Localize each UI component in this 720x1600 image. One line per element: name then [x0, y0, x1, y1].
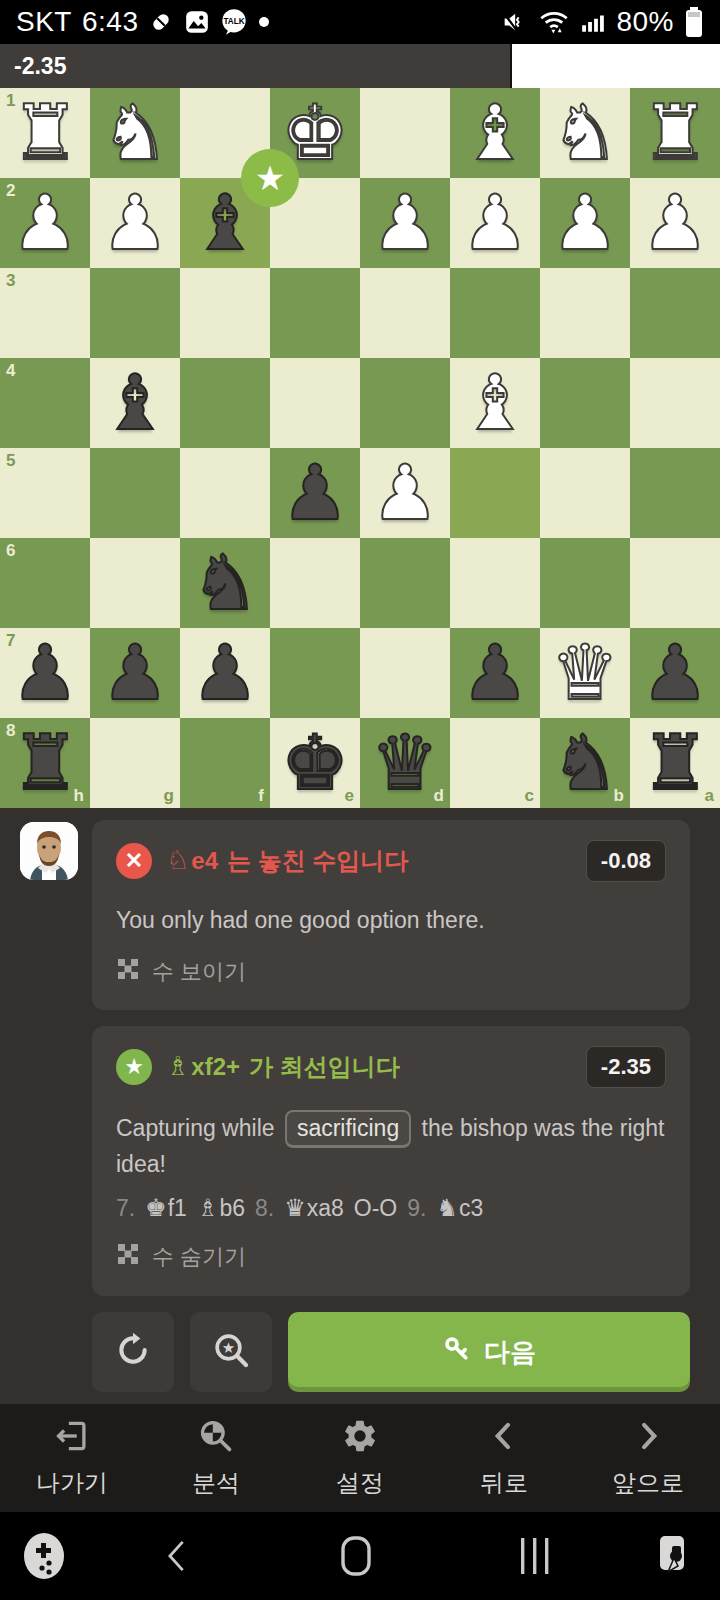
square-c2[interactable]: ♟ — [450, 178, 540, 268]
white-rook: ♜ — [630, 88, 720, 178]
square-a5[interactable] — [630, 448, 720, 538]
square-h5[interactable]: 5 — [0, 448, 90, 538]
battery-icon — [684, 6, 704, 38]
rank-label-5: 5 — [6, 451, 15, 471]
file-label-b: b — [614, 786, 624, 806]
show-moves-label: 수 보이기 — [152, 957, 246, 987]
nav-item-analysis[interactable]: 분석 — [144, 1404, 288, 1512]
black-bishop: ♝ — [90, 358, 180, 448]
nav-item-forward[interactable]: 앞으로 — [576, 1404, 720, 1512]
square-a1[interactable]: ♜ — [630, 88, 720, 178]
white-pawn: ♟ — [450, 178, 540, 268]
miss-comment-text: You only had one good option there. — [116, 904, 666, 937]
chevron-right-icon — [629, 1417, 667, 1459]
file-label-h: h — [74, 786, 84, 806]
touch-protection-button[interactable] — [624, 1532, 720, 1580]
nav-label-forward: 앞으로 — [612, 1467, 684, 1499]
square-d5[interactable]: ♟ — [360, 448, 450, 538]
checkerboard-icon — [116, 1242, 140, 1272]
file-label-d: d — [434, 786, 444, 806]
square-f8[interactable]: f — [180, 718, 270, 808]
key-icon — [442, 1334, 472, 1371]
square-h4[interactable]: 4 — [0, 358, 90, 448]
move-number: 8. — [255, 1195, 274, 1222]
app-nav-bar: 나가기 분석 설정 뒤로 앞으로 — [0, 1404, 720, 1512]
white-knight: ♞ — [540, 88, 630, 178]
black-pawn: ♟ — [630, 628, 720, 718]
square-c5[interactable] — [450, 448, 540, 538]
svg-text:★: ★ — [222, 1339, 235, 1356]
square-d1[interactable] — [360, 88, 450, 178]
square-g1[interactable]: ♞ — [90, 88, 180, 178]
square-f5[interactable] — [180, 448, 270, 538]
miss-card-title: ♘e4는 놓친 수입니다 — [166, 845, 408, 877]
square-c8[interactable]: c — [450, 718, 540, 808]
square-b7[interactable]: ♛ — [540, 628, 630, 718]
board: ♜1♞♚♝♞♜♟2♟♝★♟♟♟♟34♝♝5♟♟6♞♟7♟♟♟♛♟♜8hgf♚e♛… — [0, 88, 720, 808]
square-h8[interactable]: ♜8h — [0, 718, 90, 808]
analysis-panel: ✕ ♘e4는 놓친 수입니다 -0.08 You only had one go… — [0, 808, 720, 1404]
move: ♛xa8 — [284, 1194, 344, 1222]
white-pawn: ♟ — [630, 178, 720, 268]
best-move-star-icon: ★ — [116, 1049, 152, 1085]
system-recents-button[interactable] — [445, 1534, 624, 1578]
hint-button[interactable]: ★ — [190, 1312, 272, 1392]
square-b4[interactable] — [540, 358, 630, 448]
square-f4[interactable] — [180, 358, 270, 448]
chevron-left-icon — [485, 1417, 523, 1459]
nav-label-analysis: 분석 — [192, 1467, 240, 1499]
nav-item-back[interactable]: 뒤로 — [432, 1404, 576, 1512]
rank-label-7: 7 — [6, 631, 15, 651]
next-button-label: 다음 — [484, 1335, 536, 1370]
svg-text:TALK: TALK — [224, 17, 245, 26]
white-bishop: ♝ — [450, 358, 540, 448]
square-g2[interactable]: ♟ — [90, 178, 180, 268]
rank-label-4: 4 — [6, 361, 15, 381]
square-b2[interactable]: ♟ — [540, 178, 630, 268]
square-e7[interactable] — [270, 628, 360, 718]
square-f2[interactable]: ♝★ — [180, 178, 270, 268]
miss-title-suffix: 는 놓친 수입니다 — [227, 845, 408, 877]
mistake-x-icon: ✕ — [116, 843, 152, 879]
square-f6[interactable]: ♞ — [180, 538, 270, 628]
square-d4[interactable] — [360, 358, 450, 448]
black-pawn: ♟ — [450, 628, 540, 718]
square-h1[interactable]: ♜1 — [0, 88, 90, 178]
file-label-g: g — [164, 786, 174, 806]
file-label-e: e — [345, 786, 354, 806]
screenshot-image-icon — [184, 9, 210, 35]
signal-icon — [580, 9, 606, 35]
notification-dot-icon — [258, 16, 270, 28]
bishop-piece-icon: ♗ — [166, 1051, 189, 1081]
mute-icon — [500, 8, 528, 36]
system-home-button[interactable] — [267, 1532, 446, 1580]
show-moves-toggle[interactable]: 수 보이기 — [116, 957, 666, 987]
evaluation-bar: -2.35 — [0, 44, 720, 88]
square-c1[interactable]: ♝ — [450, 88, 540, 178]
square-g6[interactable] — [90, 538, 180, 628]
square-h6[interactable]: 6 — [0, 538, 90, 628]
exit-icon — [53, 1417, 91, 1459]
rank-label-1: 1 — [6, 91, 15, 111]
retry-icon — [113, 1330, 153, 1374]
move: ♚f1 — [145, 1194, 187, 1222]
square-g3[interactable] — [90, 268, 180, 358]
magnifier-star-icon: ★ — [211, 1330, 251, 1374]
square-b8[interactable]: ♞b — [540, 718, 630, 808]
square-e8[interactable]: ♚e — [270, 718, 360, 808]
knight-piece-icon: ♘ — [166, 845, 189, 875]
coach-avatar — [20, 822, 78, 880]
square-e4[interactable] — [270, 358, 360, 448]
pill-notification-icon — [148, 9, 174, 35]
square-h3[interactable]: 3 — [0, 268, 90, 358]
square-b1[interactable]: ♞ — [540, 88, 630, 178]
miss-comment-card: ✕ ♘e4는 놓친 수입니다 -0.08 You only had one go… — [92, 820, 690, 1010]
miss-eval-chip: -0.08 — [586, 840, 666, 882]
nav-item-exit[interactable]: 나가기 — [0, 1404, 144, 1512]
white-pawn: ♟ — [360, 448, 450, 538]
square-g7[interactable]: ♟ — [90, 628, 180, 718]
rank-label-6: 6 — [6, 541, 15, 561]
move-line: 7.♚f1♗b68.♛xa8O-O9.♞c3 — [116, 1194, 666, 1222]
file-label-f: f — [258, 786, 264, 806]
sacrificing-term-chip[interactable]: sacrificing — [285, 1110, 411, 1148]
carrier-label: SKT — [16, 6, 72, 38]
miss-move-text: e4 — [191, 847, 218, 875]
phone-screen: SKT 6:43 TALK 80% — [0, 0, 720, 1600]
hide-moves-toggle[interactable]: 수 숨기기 — [116, 1242, 666, 1272]
square-c4[interactable]: ♝ — [450, 358, 540, 448]
rank-label-2: 2 — [6, 181, 15, 201]
square-g4[interactable]: ♝ — [90, 358, 180, 448]
next-button[interactable]: 다음 — [288, 1312, 690, 1392]
square-f3[interactable] — [180, 268, 270, 358]
white-knight: ♞ — [90, 88, 180, 178]
analysis-magnifier-icon — [197, 1417, 235, 1459]
best-move-card: ★ ♗xf2+가 최선입니다 -2.35 Capturing while sac… — [92, 1026, 690, 1296]
gear-icon — [341, 1417, 379, 1459]
file-label-c: c — [525, 786, 534, 806]
nav-item-settings[interactable]: 설정 — [288, 1404, 432, 1512]
move: ♞c3 — [436, 1194, 483, 1222]
white-pawn: ♟ — [90, 178, 180, 268]
square-a2[interactable]: ♟ — [630, 178, 720, 268]
hide-moves-label: 수 숨기기 — [152, 1242, 246, 1272]
action-buttons-row: ★ 다음 — [92, 1312, 690, 1392]
square-a8[interactable]: ♜a — [630, 718, 720, 808]
square-d7[interactable] — [360, 628, 450, 718]
square-e6[interactable] — [270, 538, 360, 628]
piece-glyph: ♛ — [284, 1194, 306, 1222]
best-title-suffix: 가 최선입니다 — [249, 1051, 400, 1083]
file-label-a: a — [705, 786, 714, 806]
square-h7[interactable]: ♟7 — [0, 628, 90, 718]
white-pawn: ♟ — [360, 178, 450, 268]
square-c3[interactable] — [450, 268, 540, 358]
square-e3[interactable] — [270, 268, 360, 358]
square-g8[interactable]: g — [90, 718, 180, 808]
system-nav-bar — [0, 1512, 720, 1600]
square-a7[interactable]: ♟ — [630, 628, 720, 718]
eval-score: -2.35 — [14, 53, 66, 80]
square-b3[interactable] — [540, 268, 630, 358]
square-a3[interactable] — [630, 268, 720, 358]
square-b6[interactable] — [540, 538, 630, 628]
checkerboard-icon — [116, 957, 140, 987]
black-knight: ♞ — [180, 538, 270, 628]
best-move-text: xf2+ — [191, 1053, 240, 1081]
square-a4[interactable] — [630, 358, 720, 448]
rank-label-3: 3 — [6, 271, 15, 291]
piece-glyph: ♞ — [436, 1194, 458, 1222]
wifi-icon — [538, 8, 570, 36]
best-move-star-badge: ★ — [241, 149, 299, 207]
black-pawn: ♟ — [90, 628, 180, 718]
square-d6[interactable] — [360, 538, 450, 628]
rank-label-8: 8 — [6, 721, 15, 741]
white-bishop: ♝ — [450, 88, 540, 178]
battery-percent-label: 80% — [616, 6, 674, 38]
nav-label-back: 뒤로 — [480, 1467, 528, 1499]
square-d2[interactable]: ♟ — [360, 178, 450, 268]
best-eval-chip: -2.35 — [586, 1046, 666, 1088]
square-g5[interactable] — [90, 448, 180, 538]
nav-label-exit: 나가기 — [36, 1467, 108, 1499]
square-d3[interactable] — [360, 268, 450, 358]
game-tools-button[interactable] — [0, 1531, 88, 1581]
square-h2[interactable]: ♟2 — [0, 178, 90, 268]
square-c7[interactable]: ♟ — [450, 628, 540, 718]
move: O-O — [354, 1195, 397, 1222]
best-card-title: ♗xf2+가 최선입니다 — [166, 1051, 400, 1083]
black-pawn: ♟ — [180, 628, 270, 718]
square-c6[interactable] — [450, 538, 540, 628]
square-b5[interactable] — [540, 448, 630, 538]
status-clock: 6:43 — [82, 6, 139, 38]
white-queen: ♛ — [540, 628, 630, 718]
square-a6[interactable] — [630, 538, 720, 628]
best-comment-text: Capturing while sacrificing the bishop w… — [116, 1110, 666, 1180]
status-bar: SKT 6:43 TALK 80% — [0, 0, 720, 44]
square-e5[interactable]: ♟ — [270, 448, 360, 538]
retry-button[interactable] — [92, 1312, 174, 1392]
system-back-button[interactable] — [88, 1536, 267, 1576]
square-f7[interactable]: ♟ — [180, 628, 270, 718]
white-pawn: ♟ — [540, 178, 630, 268]
piece-glyph: ♚ — [145, 1194, 167, 1222]
move: ♗b6 — [197, 1194, 245, 1222]
kakaotalk-icon: TALK — [220, 8, 248, 36]
move-number: 9. — [407, 1195, 426, 1222]
move-number: 7. — [116, 1195, 135, 1222]
nav-label-settings: 설정 — [336, 1467, 384, 1499]
piece-glyph: ♗ — [197, 1194, 219, 1222]
comment-prefix: Capturing while — [116, 1115, 275, 1141]
eval-bar-black: -2.35 — [0, 44, 512, 88]
black-pawn: ♟ — [270, 448, 360, 538]
square-d8[interactable]: ♛d — [360, 718, 450, 808]
